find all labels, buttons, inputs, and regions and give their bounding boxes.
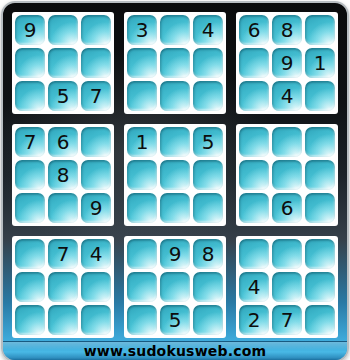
sudoku-cell-r3c3[interactable]: 7 (81, 81, 111, 111)
sudoku-cell-r4c8[interactable] (272, 127, 302, 157)
sudoku-cell-r6c3[interactable]: 9 (81, 193, 111, 223)
sudoku-cell-r5c9[interactable] (305, 160, 335, 190)
sudoku-cell-r6c8[interactable]: 6 (272, 193, 302, 223)
sudoku-cell-r6c7[interactable] (239, 193, 269, 223)
sudoku-cell-r4c7[interactable] (239, 127, 269, 157)
sudoku-box-1: 957 (12, 12, 114, 114)
sudoku-cell-r6c5[interactable] (160, 193, 190, 223)
sudoku-cell-r2c6[interactable] (193, 48, 223, 78)
sudoku-cell-r5c2[interactable]: 8 (48, 160, 78, 190)
sudoku-box-7: 74 (12, 236, 114, 338)
sudoku-cell-r8c6[interactable] (193, 272, 223, 302)
sudoku-cell-r1c1[interactable]: 9 (15, 15, 45, 45)
sudoku-box-8: 985 (124, 236, 226, 338)
sudoku-cell-r1c2[interactable] (48, 15, 78, 45)
sudoku-cell-r3c1[interactable] (15, 81, 45, 111)
sudoku-cell-r9c6[interactable] (193, 305, 223, 335)
sudoku-cell-r7c8[interactable] (272, 239, 302, 269)
sudoku-cell-r3c2[interactable]: 5 (48, 81, 78, 111)
sudoku-cell-r8c8[interactable] (272, 272, 302, 302)
sudoku-cell-r8c3[interactable] (81, 272, 111, 302)
sudoku-cell-r7c9[interactable] (305, 239, 335, 269)
sudoku-cell-r5c7[interactable] (239, 160, 269, 190)
sudoku-cell-r5c6[interactable] (193, 160, 223, 190)
sudoku-cell-r7c1[interactable] (15, 239, 45, 269)
sudoku-cell-r3c5[interactable] (160, 81, 190, 111)
sudoku-cell-r2c8[interactable]: 9 (272, 48, 302, 78)
sudoku-cell-r8c5[interactable] (160, 272, 190, 302)
sudoku-box-5: 15 (124, 124, 226, 226)
sudoku-cell-r6c1[interactable] (15, 193, 45, 223)
sudoku-cell-r5c4[interactable] (127, 160, 157, 190)
sudoku-cell-r7c2[interactable]: 7 (48, 239, 78, 269)
sudoku-cell-r8c4[interactable] (127, 272, 157, 302)
sudoku-cell-r7c4[interactable] (127, 239, 157, 269)
sudoku-cell-r1c9[interactable] (305, 15, 335, 45)
sudoku-cell-r3c9[interactable] (305, 81, 335, 111)
sudoku-cell-r9c5[interactable]: 5 (160, 305, 190, 335)
sudoku-cell-r2c5[interactable] (160, 48, 190, 78)
sudoku-cell-r5c8[interactable] (272, 160, 302, 190)
sudoku-cell-r9c7[interactable]: 2 (239, 305, 269, 335)
sudoku-cell-r8c7[interactable]: 4 (239, 272, 269, 302)
sudoku-cell-r2c1[interactable] (15, 48, 45, 78)
sudoku-cell-r6c9[interactable] (305, 193, 335, 223)
sudoku-cell-r3c6[interactable] (193, 81, 223, 111)
sudoku-cell-r9c9[interactable] (305, 305, 335, 335)
sudoku-cell-r6c4[interactable] (127, 193, 157, 223)
sudoku-cell-r1c8[interactable]: 8 (272, 15, 302, 45)
sudoku-cell-r5c5[interactable] (160, 160, 190, 190)
sudoku-box-2: 34 (124, 12, 226, 114)
sudoku-cell-r5c3[interactable] (81, 160, 111, 190)
sudoku-cell-r1c3[interactable] (81, 15, 111, 45)
sudoku-cell-r4c1[interactable]: 7 (15, 127, 45, 157)
sudoku-cell-r6c6[interactable] (193, 193, 223, 223)
sudoku-cell-r9c4[interactable] (127, 305, 157, 335)
sudoku-cell-r4c3[interactable] (81, 127, 111, 157)
sudoku-cell-r1c7[interactable]: 6 (239, 15, 269, 45)
sudoku-cell-r3c4[interactable] (127, 81, 157, 111)
sudoku-box-9: 427 (236, 236, 338, 338)
sudoku-cell-r6c2[interactable] (48, 193, 78, 223)
sudoku-cell-r4c9[interactable] (305, 127, 335, 157)
sudoku-box-6: 6 (236, 124, 338, 226)
sudoku-cell-r4c5[interactable] (160, 127, 190, 157)
sudoku-cell-r2c9[interactable]: 1 (305, 48, 335, 78)
sudoku-cell-r1c4[interactable]: 3 (127, 15, 157, 45)
sudoku-cell-r4c4[interactable]: 1 (127, 127, 157, 157)
sudoku-cell-r7c6[interactable]: 8 (193, 239, 223, 269)
sudoku-cell-r9c2[interactable] (48, 305, 78, 335)
sudoku-cell-r3c8[interactable]: 4 (272, 81, 302, 111)
sudoku-cell-r8c2[interactable] (48, 272, 78, 302)
sudoku-cell-r3c7[interactable] (239, 81, 269, 111)
sudoku-cell-r2c4[interactable] (127, 48, 157, 78)
sudoku-board: 9573468914768915674985427 (3, 3, 347, 341)
sudoku-cell-r9c3[interactable] (81, 305, 111, 335)
sudoku-cell-r8c9[interactable] (305, 272, 335, 302)
sudoku-cell-r1c5[interactable] (160, 15, 190, 45)
sudoku-cell-r2c2[interactable] (48, 48, 78, 78)
sudoku-cell-r7c5[interactable]: 9 (160, 239, 190, 269)
sudoku-cell-r1c6[interactable]: 4 (193, 15, 223, 45)
sudoku-cell-r7c3[interactable]: 4 (81, 239, 111, 269)
sudoku-cell-r2c7[interactable] (239, 48, 269, 78)
sudoku-widget: 9573468914768915674985427 www.sudokusweb… (1, 1, 349, 360)
sudoku-cell-r4c2[interactable]: 6 (48, 127, 78, 157)
sudoku-cell-r9c8[interactable]: 7 (272, 305, 302, 335)
sudoku-box-3: 68914 (236, 12, 338, 114)
sudoku-cell-r4c6[interactable]: 5 (193, 127, 223, 157)
site-footer: www.sudokusweb.com (3, 341, 347, 360)
sudoku-cell-r8c1[interactable] (15, 272, 45, 302)
sudoku-box-4: 7689 (12, 124, 114, 226)
sudoku-cell-r9c1[interactable] (15, 305, 45, 335)
sudoku-cell-r7c7[interactable] (239, 239, 269, 269)
site-url: www.sudokusweb.com (84, 343, 267, 359)
sudoku-cell-r2c3[interactable] (81, 48, 111, 78)
sudoku-cell-r5c1[interactable] (15, 160, 45, 190)
